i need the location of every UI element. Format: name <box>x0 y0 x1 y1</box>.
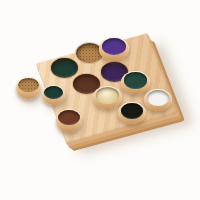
white-felt <box>147 90 170 106</box>
disc-purple[interactable] <box>99 37 129 61</box>
disc-teal-green[interactable] <box>121 71 150 94</box>
disc-white[interactable] <box>144 89 172 111</box>
purple-felt <box>102 38 127 55</box>
disc-black[interactable] <box>118 102 146 124</box>
recess-dark-teal[interactable] <box>51 58 78 78</box>
brown-felt <box>58 110 79 125</box>
disc-dark-teal[interactable] <box>42 85 65 105</box>
scene <box>0 0 200 200</box>
dark-teal-felt <box>44 86 63 99</box>
teal-green-felt <box>124 72 148 88</box>
cork-felt <box>18 78 39 92</box>
black-felt <box>121 103 144 119</box>
disc-cream[interactable] <box>93 86 122 109</box>
cream-felt <box>96 87 120 103</box>
disc-cork[interactable] <box>16 77 41 99</box>
disc-brown[interactable] <box>56 109 82 132</box>
